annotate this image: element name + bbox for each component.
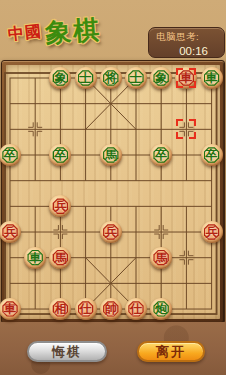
piece-black-車[interactable]: 車 xyxy=(201,67,223,89)
piece-character: 兵 xyxy=(201,221,223,243)
think-timer: 00:16 xyxy=(156,45,219,57)
piece-character: 兵 xyxy=(100,221,122,243)
piece-black-卒[interactable]: 卒 xyxy=(49,144,71,166)
app-logo: 中國象棋 xyxy=(8,12,101,47)
piece-red-兵[interactable]: 兵 xyxy=(49,195,71,217)
piece-red-兵[interactable]: 兵 xyxy=(100,221,122,243)
piece-red-車[interactable]: 車 xyxy=(175,67,197,89)
piece-character: 車 xyxy=(175,67,197,89)
undo-move-button[interactable]: 悔棋 xyxy=(27,341,107,362)
piece-character: 士 xyxy=(75,67,97,89)
piece-character: 将 xyxy=(100,67,122,89)
piece-black-車[interactable]: 車 xyxy=(24,247,46,269)
piece-black-将[interactable]: 将 xyxy=(100,67,122,89)
piece-red-帥[interactable]: 帥 xyxy=(100,298,122,320)
piece-character: 象 xyxy=(49,67,71,89)
piece-black-士[interactable]: 士 xyxy=(75,67,97,89)
piece-red-兵[interactable]: 兵 xyxy=(0,221,21,243)
piece-character: 仕 xyxy=(125,298,147,320)
piece-character: 馬 xyxy=(49,247,71,269)
leave-game-button[interactable]: 离开 xyxy=(137,341,205,362)
piece-red-仕[interactable]: 仕 xyxy=(125,298,147,320)
piece-character: 卒 xyxy=(0,144,21,166)
piece-red-車[interactable]: 車 xyxy=(0,298,21,320)
piece-black-卒[interactable]: 卒 xyxy=(150,144,172,166)
computer-thinking-panel: 电脑思考: 00:16 xyxy=(148,27,225,58)
logo-text-zhongguo: 中國 xyxy=(7,21,43,45)
piece-character: 兵 xyxy=(0,221,21,243)
piece-black-炮[interactable]: 炮 xyxy=(150,298,172,320)
piece-black-象[interactable]: 象 xyxy=(49,67,71,89)
xiangqi-app: 中國象棋 电脑思考: 00:16 象士将士象車車卒卒馬卒卒兵兵兵兵車馬馬車相仕帥… xyxy=(0,0,226,375)
piece-black-象[interactable]: 象 xyxy=(150,67,172,89)
piece-red-相[interactable]: 相 xyxy=(49,298,71,320)
piece-character: 馬 xyxy=(150,247,172,269)
undo-move-label: 悔棋 xyxy=(52,343,82,361)
piece-character: 卒 xyxy=(49,144,71,166)
piece-character: 士 xyxy=(125,67,147,89)
piece-character: 卒 xyxy=(201,144,223,166)
piece-red-仕[interactable]: 仕 xyxy=(75,298,97,320)
piece-character: 帥 xyxy=(100,298,122,320)
piece-character: 炮 xyxy=(150,298,172,320)
piece-character: 象 xyxy=(150,67,172,89)
piece-character: 車 xyxy=(24,247,46,269)
piece-character: 仕 xyxy=(75,298,97,320)
logo-text-xiangqi: 象棋 xyxy=(44,12,102,51)
piece-red-馬[interactable]: 馬 xyxy=(150,247,172,269)
piece-black-卒[interactable]: 卒 xyxy=(201,144,223,166)
status-label: 电脑思考: xyxy=(156,31,219,44)
piece-character: 馬 xyxy=(100,144,122,166)
piece-black-卒[interactable]: 卒 xyxy=(0,144,21,166)
piece-character: 車 xyxy=(201,67,223,89)
piece-character: 相 xyxy=(49,298,71,320)
piece-character: 兵 xyxy=(49,195,71,217)
piece-red-兵[interactable]: 兵 xyxy=(201,221,223,243)
piece-character: 卒 xyxy=(150,144,172,166)
piece-black-馬[interactable]: 馬 xyxy=(100,144,122,166)
board: 象士将士象車車卒卒馬卒卒兵兵兵兵車馬馬車相仕帥仕炮 xyxy=(0,65,224,322)
leave-game-label: 离开 xyxy=(156,343,186,361)
piece-black-士[interactable]: 士 xyxy=(125,67,147,89)
piece-red-馬[interactable]: 馬 xyxy=(49,247,71,269)
piece-character: 車 xyxy=(0,298,21,320)
